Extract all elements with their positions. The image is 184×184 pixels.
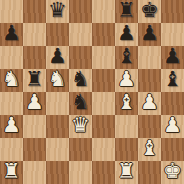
square-c6[interactable]: ♟: [46, 46, 69, 69]
square-e2[interactable]: [92, 138, 115, 161]
square-b6[interactable]: [23, 46, 46, 69]
square-a4[interactable]: [0, 92, 23, 115]
square-e4[interactable]: [92, 92, 115, 115]
piece-black-pawn: ♟: [140, 22, 159, 45]
square-a8[interactable]: [0, 0, 23, 23]
square-a7[interactable]: ♟: [0, 23, 23, 46]
square-f5[interactable]: ♟: [115, 69, 138, 92]
piece-black-pawn: ♟: [117, 22, 136, 45]
piece-white-pawn: ♟: [140, 91, 159, 114]
square-d3[interactable]: ♛: [69, 115, 92, 138]
piece-black-bishop: ♝: [117, 45, 136, 68]
square-g1[interactable]: [138, 161, 161, 184]
square-c7[interactable]: [46, 23, 69, 46]
piece-white-pawn: ♟: [25, 91, 44, 114]
square-c4[interactable]: [46, 92, 69, 115]
square-h1[interactable]: ♚: [161, 161, 184, 184]
piece-white-pawn: ♟: [117, 68, 136, 91]
square-f7[interactable]: ♟: [115, 23, 138, 46]
square-f8[interactable]: ♜: [115, 0, 138, 23]
square-f1[interactable]: ♜: [115, 161, 138, 184]
square-g5[interactable]: [138, 69, 161, 92]
square-d7[interactable]: [69, 23, 92, 46]
piece-white-king: ♚: [163, 160, 182, 183]
square-b8[interactable]: [23, 0, 46, 23]
piece-black-knight: ♞: [71, 91, 90, 114]
piece-black-queen: ♛: [48, 0, 67, 22]
square-e8[interactable]: [92, 0, 115, 23]
piece-white-knight: ♞: [48, 68, 67, 91]
square-g7[interactable]: ♟: [138, 23, 161, 46]
square-c5[interactable]: ♞: [46, 69, 69, 92]
square-c3[interactable]: [46, 115, 69, 138]
piece-white-pawn: ♟: [163, 114, 182, 137]
square-d5[interactable]: ♞: [69, 69, 92, 92]
piece-black-pawn: ♟: [2, 22, 21, 45]
square-h2[interactable]: [161, 138, 184, 161]
piece-white-bishop: ♝: [140, 137, 159, 160]
square-d2[interactable]: [69, 138, 92, 161]
piece-black-rook: ♜: [25, 68, 44, 91]
square-g8[interactable]: ♚: [138, 0, 161, 23]
square-f3[interactable]: [115, 115, 138, 138]
square-h6[interactable]: ♟: [161, 46, 184, 69]
square-h7[interactable]: [161, 23, 184, 46]
square-h8[interactable]: [161, 0, 184, 23]
square-c2[interactable]: [46, 138, 69, 161]
square-a6[interactable]: [0, 46, 23, 69]
square-d4[interactable]: ♞: [69, 92, 92, 115]
square-d6[interactable]: [69, 46, 92, 69]
piece-white-pawn: ♟: [2, 114, 21, 137]
square-a5[interactable]: ♞: [0, 69, 23, 92]
piece-white-knight: ♞: [2, 68, 21, 91]
square-g2[interactable]: ♝: [138, 138, 161, 161]
square-h3[interactable]: ♟: [161, 115, 184, 138]
square-c1[interactable]: [46, 161, 69, 184]
square-g3[interactable]: [138, 115, 161, 138]
square-d1[interactable]: [69, 161, 92, 184]
piece-black-rook: ♜: [117, 0, 136, 22]
square-e6[interactable]: [92, 46, 115, 69]
piece-white-rook: ♜: [2, 160, 21, 183]
chess-board: ♛♜♚♟♟♟♟♝♟♞♜♞♞♟♝♟♞♝♟♟♛♟♝♜♜♚: [0, 0, 184, 184]
piece-white-queen: ♛: [71, 114, 90, 137]
square-a2[interactable]: [0, 138, 23, 161]
square-h4[interactable]: [161, 92, 184, 115]
square-f4[interactable]: ♝: [115, 92, 138, 115]
square-e7[interactable]: [92, 23, 115, 46]
square-a1[interactable]: ♜: [0, 161, 23, 184]
square-c8[interactable]: ♛: [46, 0, 69, 23]
piece-black-knight: ♞: [71, 68, 90, 91]
piece-black-bishop: ♝: [163, 68, 182, 91]
piece-black-pawn: ♟: [48, 45, 67, 68]
square-e5[interactable]: [92, 69, 115, 92]
square-b2[interactable]: [23, 138, 46, 161]
square-b4[interactable]: ♟: [23, 92, 46, 115]
square-b1[interactable]: [23, 161, 46, 184]
square-g4[interactable]: ♟: [138, 92, 161, 115]
square-a3[interactable]: ♟: [0, 115, 23, 138]
square-f6[interactable]: ♝: [115, 46, 138, 69]
piece-white-rook: ♜: [117, 160, 136, 183]
square-f2[interactable]: [115, 138, 138, 161]
square-b7[interactable]: [23, 23, 46, 46]
square-h5[interactable]: ♝: [161, 69, 184, 92]
square-b3[interactable]: [23, 115, 46, 138]
square-e1[interactable]: [92, 161, 115, 184]
square-b5[interactable]: ♜: [23, 69, 46, 92]
square-g6[interactable]: [138, 46, 161, 69]
piece-black-king: ♚: [140, 0, 159, 22]
piece-black-pawn: ♟: [163, 45, 182, 68]
piece-white-bishop: ♝: [117, 91, 136, 114]
square-e3[interactable]: [92, 115, 115, 138]
square-d8[interactable]: [69, 0, 92, 23]
